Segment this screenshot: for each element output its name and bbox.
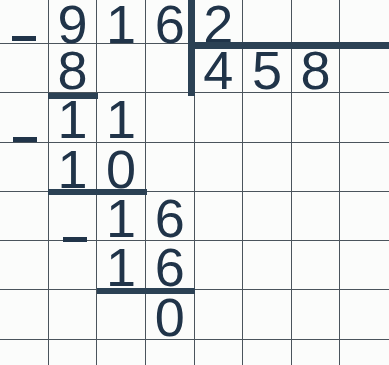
cell-r5c4: 6	[146, 192, 195, 241]
cell-r7c2	[49, 290, 98, 339]
cell-r4c2: 1	[49, 143, 98, 192]
cell-r5c1	[0, 192, 49, 241]
cell-r8c3	[97, 340, 146, 365]
cell-r4c1	[0, 143, 49, 192]
minus-sign-step-1	[12, 36, 36, 41]
cell-r8c6	[243, 340, 292, 365]
cell-r7c6	[243, 290, 292, 339]
subtraction-underline-1	[48, 93, 98, 99]
cell-r7c8	[340, 290, 389, 339]
cell-r1c5: 2	[195, 0, 244, 44]
cell-r4c4	[146, 143, 195, 192]
cell-r5c6	[243, 192, 292, 241]
digit: 8	[301, 43, 331, 97]
cell-r3c8	[340, 93, 389, 142]
cell-r8c5	[195, 340, 244, 365]
cell-r3c5	[195, 93, 244, 142]
cell-r6c4: 6	[146, 241, 195, 290]
cell-r1c8	[340, 0, 389, 44]
cell-r2c2: 8	[49, 44, 98, 93]
digit: 0	[155, 290, 185, 344]
cell-r2c1	[0, 44, 49, 93]
minus-sign-step-2	[13, 137, 37, 142]
quotient-bracket-line	[188, 42, 389, 49]
cell-r3c3: 1	[97, 93, 146, 142]
digit: 4	[203, 43, 233, 97]
cell-r6c8	[340, 241, 389, 290]
digit: 1	[106, 0, 136, 51]
cell-r4c7	[292, 143, 341, 192]
cell-r3c4	[146, 93, 195, 142]
digit: 1	[57, 142, 87, 196]
cell-r8c8	[340, 340, 389, 365]
digit: 1	[106, 240, 136, 294]
cell-r1c2: 9	[49, 0, 98, 44]
subtraction-underline-2	[48, 189, 147, 195]
cell-r6c2	[49, 241, 98, 290]
cell-r4c6	[243, 143, 292, 192]
cell-r7c4: 0	[146, 290, 195, 339]
cell-r2c7: 8	[292, 44, 341, 93]
cell-r6c1	[0, 241, 49, 290]
cell-r2c5: 4	[195, 44, 244, 93]
cell-r6c6	[243, 241, 292, 290]
cell-r5c2	[49, 192, 98, 241]
cell-r5c7	[292, 192, 341, 241]
subtraction-underline-3	[97, 288, 195, 294]
cell-r7c3	[97, 290, 146, 339]
cell-r7c5	[195, 290, 244, 339]
cell-r6c3: 1	[97, 241, 146, 290]
digit: 5	[252, 43, 282, 97]
cell-r5c5	[195, 192, 244, 241]
minus-sign-step-3	[63, 237, 87, 242]
squared-paper-page: 91628458111016160	[0, 0, 389, 365]
cell-r8c1	[0, 340, 49, 365]
cell-r1c3: 1	[97, 0, 146, 44]
cell-r3c7	[292, 93, 341, 142]
cell-r4c3: 0	[97, 143, 146, 192]
cell-r7c1	[0, 290, 49, 339]
cell-r5c3: 1	[97, 192, 146, 241]
cell-r5c8	[340, 192, 389, 241]
cell-r4c5	[195, 143, 244, 192]
cell-r1c6	[243, 0, 292, 44]
cell-r8c2	[49, 340, 98, 365]
cell-r8c7	[292, 340, 341, 365]
cell-r6c7	[292, 241, 341, 290]
cell-r6c5	[195, 241, 244, 290]
cell-r3c2: 1	[49, 93, 98, 142]
digit: 6	[155, 0, 185, 51]
cell-r3c6	[243, 93, 292, 142]
cell-r2c6: 5	[243, 44, 292, 93]
cell-r2c8	[340, 44, 389, 93]
cell-r3c1	[0, 93, 49, 142]
cell-r1c7	[292, 0, 341, 44]
cell-r7c7	[292, 290, 341, 339]
cell-r4c8	[340, 143, 389, 192]
